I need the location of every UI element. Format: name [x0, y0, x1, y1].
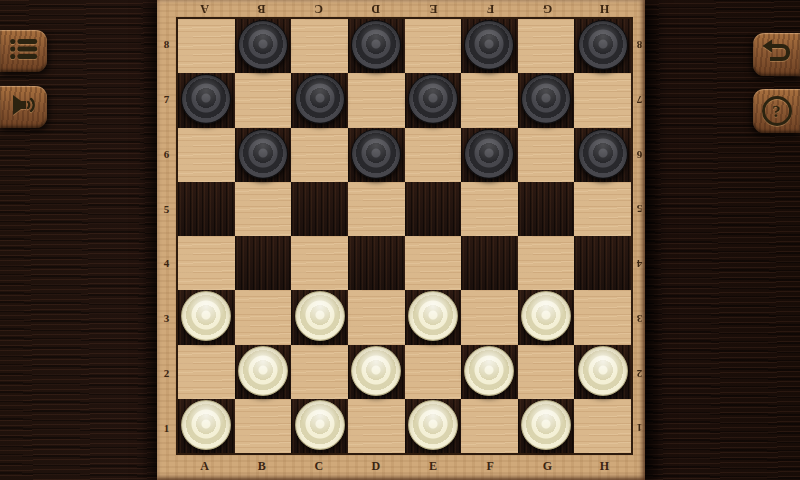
white-piece-a1[interactable] [181, 400, 231, 450]
white-piece-a3[interactable] [181, 291, 231, 341]
white-piece-e1[interactable] [408, 400, 458, 450]
square-h1[interactable] [574, 399, 631, 453]
file-labels-bottom: ABCDEFGH [176, 456, 633, 477]
square-g1[interactable] [518, 399, 575, 453]
square-d4[interactable] [348, 236, 405, 290]
rank-label-7: 7 [634, 72, 645, 127]
square-e7[interactable] [405, 73, 462, 127]
square-f7[interactable] [461, 73, 518, 127]
black-piece-a7[interactable] [181, 74, 231, 124]
file-label-f: F [462, 456, 519, 477]
square-g6[interactable] [518, 128, 575, 182]
square-g4[interactable] [518, 236, 575, 290]
square-h8[interactable] [574, 19, 631, 73]
question-mark-glyph: ? [772, 103, 781, 120]
black-piece-b8[interactable] [238, 20, 288, 70]
square-g2[interactable] [518, 345, 575, 399]
square-g5[interactable] [518, 182, 575, 236]
square-c7[interactable] [291, 73, 348, 127]
square-a4[interactable] [178, 236, 235, 290]
square-b1[interactable] [235, 399, 292, 453]
rank-label-2: 2 [634, 346, 645, 401]
square-b6[interactable] [235, 128, 292, 182]
rank-label-7: 7 [158, 72, 175, 127]
square-c8[interactable] [291, 19, 348, 73]
black-piece-f8[interactable] [464, 20, 514, 70]
square-d3[interactable] [348, 290, 405, 344]
file-label-e: E [405, 456, 462, 477]
square-f3[interactable] [461, 290, 518, 344]
board-grid [176, 17, 633, 455]
square-f8[interactable] [461, 19, 518, 73]
square-c4[interactable] [291, 236, 348, 290]
app-background: { "game": "checkers", "variant": "englis… [0, 0, 800, 480]
file-label-g: G [519, 456, 576, 477]
file-labels-top: ABCDEFGH [176, 1, 633, 16]
black-piece-e7[interactable] [408, 74, 458, 124]
square-f1[interactable] [461, 399, 518, 453]
square-f5[interactable] [461, 182, 518, 236]
rank-label-5: 5 [634, 181, 645, 236]
square-c5[interactable] [291, 182, 348, 236]
square-b5[interactable] [235, 182, 292, 236]
file-label-a: A [176, 456, 233, 477]
square-h4[interactable] [574, 236, 631, 290]
white-piece-d2[interactable] [351, 346, 401, 396]
black-piece-h8[interactable] [578, 20, 628, 70]
square-h3[interactable] [574, 290, 631, 344]
rank-label-3: 3 [634, 291, 645, 346]
square-a1[interactable] [178, 399, 235, 453]
square-e4[interactable] [405, 236, 462, 290]
square-h2[interactable] [574, 345, 631, 399]
square-e3[interactable] [405, 290, 462, 344]
file-label-e: E [405, 1, 462, 16]
rank-label-1: 1 [158, 400, 175, 455]
question-mark-icon: ? [762, 96, 792, 126]
square-g8[interactable] [518, 19, 575, 73]
square-e6[interactable] [405, 128, 462, 182]
white-piece-g3[interactable] [521, 291, 571, 341]
square-c6[interactable] [291, 128, 348, 182]
file-label-f: F [462, 1, 519, 16]
square-e5[interactable] [405, 182, 462, 236]
square-h7[interactable] [574, 73, 631, 127]
rank-label-1: 1 [634, 400, 645, 455]
sound-button[interactable] [0, 86, 47, 128]
black-piece-d8[interactable] [351, 20, 401, 70]
file-label-a: A [176, 1, 233, 16]
undo-arrow-icon [762, 39, 792, 70]
rank-label-6: 6 [634, 127, 645, 182]
file-label-g: G [519, 1, 576, 16]
square-c3[interactable] [291, 290, 348, 344]
white-piece-h2[interactable] [578, 346, 628, 396]
square-e2[interactable] [405, 345, 462, 399]
white-piece-b2[interactable] [238, 346, 288, 396]
black-piece-b6[interactable] [238, 129, 288, 179]
file-label-c: C [290, 1, 347, 16]
square-c1[interactable] [291, 399, 348, 453]
square-h6[interactable] [574, 128, 631, 182]
square-b8[interactable] [235, 19, 292, 73]
help-button[interactable]: ? [753, 89, 800, 133]
black-piece-h6[interactable] [578, 129, 628, 179]
rank-label-4: 4 [634, 236, 645, 291]
file-label-b: B [233, 1, 290, 16]
square-d6[interactable] [348, 128, 405, 182]
black-piece-f6[interactable] [464, 129, 514, 179]
square-a2[interactable] [178, 345, 235, 399]
square-d7[interactable] [348, 73, 405, 127]
white-piece-e3[interactable] [408, 291, 458, 341]
square-f6[interactable] [461, 128, 518, 182]
file-label-b: B [233, 456, 290, 477]
square-a5[interactable] [178, 182, 235, 236]
square-b4[interactable] [235, 236, 292, 290]
rank-label-4: 4 [158, 236, 175, 291]
square-f4[interactable] [461, 236, 518, 290]
black-piece-d6[interactable] [351, 129, 401, 179]
rank-label-8: 8 [158, 17, 175, 72]
white-piece-c3[interactable] [295, 291, 345, 341]
square-b2[interactable] [235, 345, 292, 399]
checkers-board: ABCDEFGH ABCDEFGH 87654321 87654321 [157, 0, 645, 480]
file-label-d: D [347, 1, 404, 16]
rank-label-8: 8 [634, 17, 645, 72]
file-label-h: H [576, 456, 633, 477]
square-a7[interactable] [178, 73, 235, 127]
black-piece-g7[interactable] [521, 74, 571, 124]
white-piece-c1[interactable] [295, 400, 345, 450]
file-label-h: H [576, 1, 633, 16]
white-piece-f2[interactable] [464, 346, 514, 396]
square-e1[interactable] [405, 399, 462, 453]
square-h5[interactable] [574, 182, 631, 236]
rank-label-3: 3 [158, 291, 175, 346]
square-f2[interactable] [461, 345, 518, 399]
file-label-c: C [290, 456, 347, 477]
rank-label-5: 5 [158, 181, 175, 236]
rank-label-2: 2 [158, 346, 175, 401]
rank-label-6: 6 [158, 127, 175, 182]
rank-labels-right: 87654321 [634, 17, 645, 455]
speaker-icon [10, 92, 38, 122]
file-label-d: D [347, 456, 404, 477]
white-piece-g1[interactable] [521, 400, 571, 450]
square-a8[interactable] [178, 19, 235, 73]
square-g3[interactable] [518, 290, 575, 344]
square-d8[interactable] [348, 19, 405, 73]
square-d5[interactable] [348, 182, 405, 236]
square-a3[interactable] [178, 290, 235, 344]
square-d1[interactable] [348, 399, 405, 453]
square-a6[interactable] [178, 128, 235, 182]
menu-button[interactable] [0, 30, 47, 72]
black-piece-c7[interactable] [295, 74, 345, 124]
square-c2[interactable] [291, 345, 348, 399]
rank-labels-left: 87654321 [158, 17, 175, 455]
square-b7[interactable] [235, 73, 292, 127]
square-d2[interactable] [348, 345, 405, 399]
square-e8[interactable] [405, 19, 462, 73]
square-g7[interactable] [518, 73, 575, 127]
undo-button[interactable] [753, 33, 800, 76]
square-b3[interactable] [235, 290, 292, 344]
menu-list-icon [8, 36, 40, 66]
